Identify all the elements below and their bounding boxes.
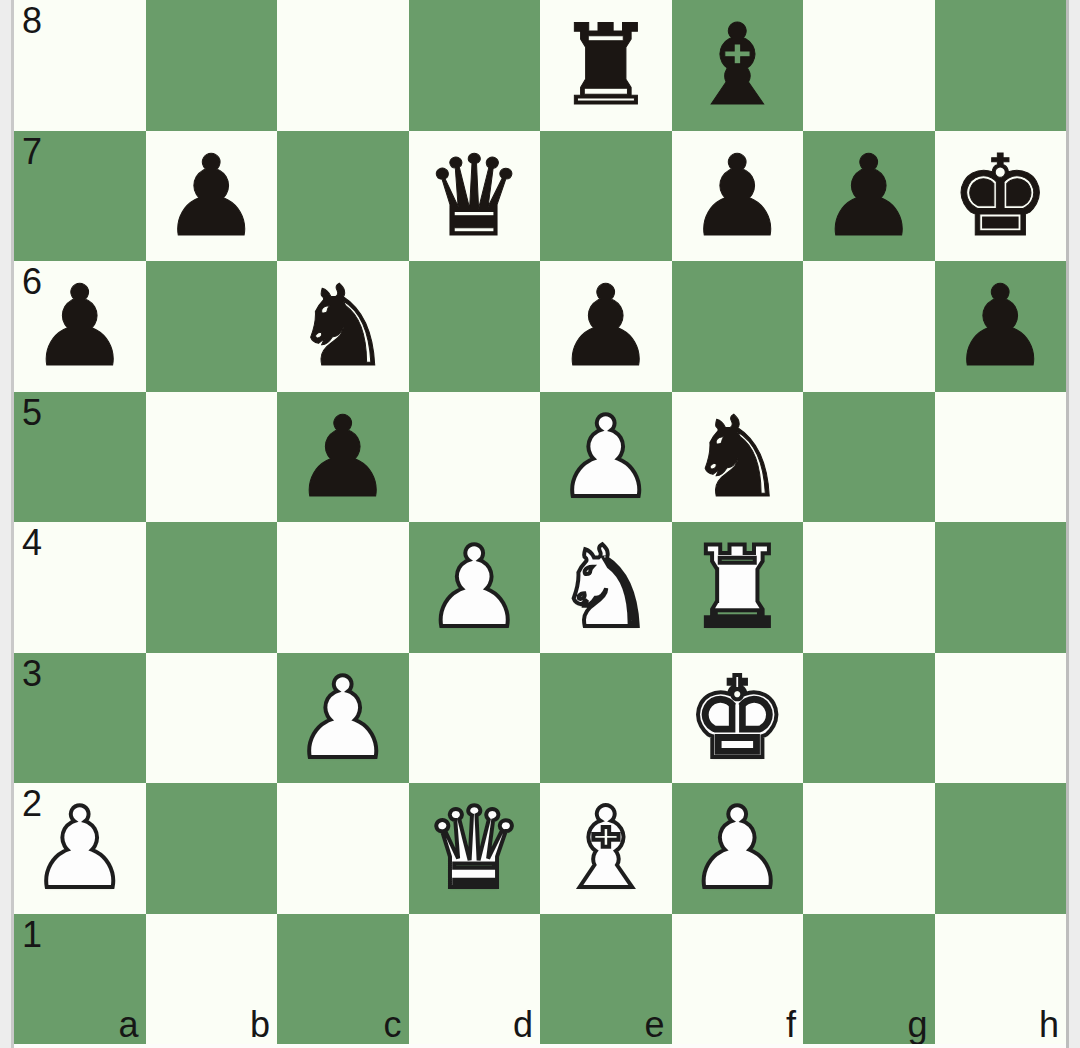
square-c8[interactable] bbox=[277, 0, 409, 131]
square-d2[interactable]: ♛ bbox=[409, 783, 541, 914]
square-a2[interactable]: 2♟ bbox=[14, 783, 146, 914]
chess-board: 8♜♝7♟♛♟♟♚6♟♞♟♟5♟♟♞4♟♞♜3♟♚2♟♛♝♟1abcdefgh bbox=[14, 0, 1066, 1044]
square-f1[interactable]: f bbox=[672, 914, 804, 1045]
piece-black-knight-c6[interactable]: ♞ bbox=[277, 261, 409, 392]
square-a3[interactable]: 3 bbox=[14, 653, 146, 784]
square-e3[interactable] bbox=[540, 653, 672, 784]
piece-white-pawn-c3[interactable]: ♟ bbox=[277, 653, 409, 784]
square-b1[interactable]: b bbox=[146, 914, 278, 1045]
square-b5[interactable] bbox=[146, 392, 278, 523]
rank-label-5: 5 bbox=[22, 395, 42, 431]
square-f8[interactable]: ♝ bbox=[672, 0, 804, 131]
square-e4[interactable]: ♞ bbox=[540, 522, 672, 653]
right-gutter bbox=[1066, 0, 1080, 1048]
piece-white-queen-d2[interactable]: ♛ bbox=[409, 783, 541, 914]
square-g6[interactable] bbox=[803, 261, 935, 392]
square-f2[interactable]: ♟ bbox=[672, 783, 804, 914]
square-d3[interactable] bbox=[409, 653, 541, 784]
square-h8[interactable] bbox=[935, 0, 1067, 131]
square-e6[interactable]: ♟ bbox=[540, 261, 672, 392]
file-label-c: c bbox=[384, 1007, 402, 1043]
piece-black-bishop-f8[interactable]: ♝ bbox=[672, 0, 804, 131]
square-h4[interactable] bbox=[935, 522, 1067, 653]
file-label-h: h bbox=[1039, 1007, 1059, 1043]
rank-label-3: 3 bbox=[22, 656, 42, 692]
square-d7[interactable]: ♛ bbox=[409, 131, 541, 262]
square-h6[interactable]: ♟ bbox=[935, 261, 1067, 392]
square-e2[interactable]: ♝ bbox=[540, 783, 672, 914]
piece-white-knight-e4[interactable]: ♞ bbox=[540, 522, 672, 653]
square-h2[interactable] bbox=[935, 783, 1067, 914]
square-a5[interactable]: 5 bbox=[14, 392, 146, 523]
square-h3[interactable] bbox=[935, 653, 1067, 784]
left-gutter bbox=[0, 0, 14, 1048]
file-label-g: g bbox=[907, 1007, 927, 1043]
square-d1[interactable]: d bbox=[409, 914, 541, 1045]
square-c3[interactable]: ♟ bbox=[277, 653, 409, 784]
square-a6[interactable]: 6♟ bbox=[14, 261, 146, 392]
square-g8[interactable] bbox=[803, 0, 935, 131]
square-b6[interactable] bbox=[146, 261, 278, 392]
rank-label-8: 8 bbox=[22, 3, 42, 39]
piece-black-knight-f5[interactable]: ♞ bbox=[672, 392, 804, 523]
square-g5[interactable] bbox=[803, 392, 935, 523]
square-f3[interactable]: ♚ bbox=[672, 653, 804, 784]
square-e8[interactable]: ♜ bbox=[540, 0, 672, 131]
square-e5[interactable]: ♟ bbox=[540, 392, 672, 523]
rank-label-4: 4 bbox=[22, 525, 42, 561]
square-f5[interactable]: ♞ bbox=[672, 392, 804, 523]
square-e1[interactable]: e bbox=[540, 914, 672, 1045]
piece-white-pawn-a2[interactable]: ♟ bbox=[14, 783, 146, 914]
square-c5[interactable]: ♟ bbox=[277, 392, 409, 523]
file-label-e: e bbox=[644, 1007, 664, 1043]
square-c2[interactable] bbox=[277, 783, 409, 914]
file-label-f: f bbox=[786, 1007, 796, 1043]
piece-black-pawn-f7[interactable]: ♟ bbox=[672, 131, 804, 262]
piece-black-pawn-b7[interactable]: ♟ bbox=[146, 131, 278, 262]
file-label-b: b bbox=[250, 1007, 270, 1043]
piece-black-pawn-e6[interactable]: ♟ bbox=[540, 261, 672, 392]
piece-black-pawn-h6[interactable]: ♟ bbox=[935, 261, 1067, 392]
square-c4[interactable] bbox=[277, 522, 409, 653]
square-c6[interactable]: ♞ bbox=[277, 261, 409, 392]
square-b4[interactable] bbox=[146, 522, 278, 653]
square-a1[interactable]: 1a bbox=[14, 914, 146, 1045]
piece-black-queen-d7[interactable]: ♛ bbox=[409, 131, 541, 262]
piece-white-rook-f4[interactable]: ♜ bbox=[672, 522, 804, 653]
piece-black-rook-e8[interactable]: ♜ bbox=[540, 0, 672, 131]
piece-black-pawn-g7[interactable]: ♟ bbox=[803, 131, 935, 262]
piece-white-king-f3[interactable]: ♚ bbox=[672, 653, 804, 784]
square-b3[interactable] bbox=[146, 653, 278, 784]
square-h5[interactable] bbox=[935, 392, 1067, 523]
piece-white-bishop-e2[interactable]: ♝ bbox=[540, 783, 672, 914]
file-label-d: d bbox=[513, 1007, 533, 1043]
square-e7[interactable] bbox=[540, 131, 672, 262]
rank-label-1: 1 bbox=[22, 917, 42, 953]
square-a7[interactable]: 7 bbox=[14, 131, 146, 262]
rank-label-7: 7 bbox=[22, 134, 42, 170]
piece-white-pawn-d4[interactable]: ♟ bbox=[409, 522, 541, 653]
square-f6[interactable] bbox=[672, 261, 804, 392]
square-c7[interactable] bbox=[277, 131, 409, 262]
square-g7[interactable]: ♟ bbox=[803, 131, 935, 262]
square-h7[interactable]: ♚ bbox=[935, 131, 1067, 262]
square-f7[interactable]: ♟ bbox=[672, 131, 804, 262]
piece-white-pawn-f2[interactable]: ♟ bbox=[672, 783, 804, 914]
square-g1[interactable]: g bbox=[803, 914, 935, 1045]
piece-black-pawn-c5[interactable]: ♟ bbox=[277, 392, 409, 523]
square-d8[interactable] bbox=[409, 0, 541, 131]
square-a8[interactable]: 8 bbox=[14, 0, 146, 131]
square-g2[interactable] bbox=[803, 783, 935, 914]
square-g3[interactable] bbox=[803, 653, 935, 784]
square-g4[interactable] bbox=[803, 522, 935, 653]
piece-white-pawn-e5[interactable]: ♟ bbox=[540, 392, 672, 523]
bottom-strip bbox=[14, 1044, 1066, 1048]
chess-app: 8♜♝7♟♛♟♟♚6♟♞♟♟5♟♟♞4♟♞♜3♟♚2♟♛♝♟1abcdefgh bbox=[0, 0, 1080, 1048]
square-d4[interactable]: ♟ bbox=[409, 522, 541, 653]
file-label-a: a bbox=[118, 1007, 138, 1043]
square-b7[interactable]: ♟ bbox=[146, 131, 278, 262]
square-h1[interactable]: h bbox=[935, 914, 1067, 1045]
square-c1[interactable]: c bbox=[277, 914, 409, 1045]
square-d6[interactable] bbox=[409, 261, 541, 392]
piece-black-pawn-a6[interactable]: ♟ bbox=[14, 261, 146, 392]
square-b8[interactable] bbox=[146, 0, 278, 131]
square-d5[interactable] bbox=[409, 392, 541, 523]
square-b2[interactable] bbox=[146, 783, 278, 914]
piece-black-king-h7[interactable]: ♚ bbox=[935, 131, 1067, 262]
square-f4[interactable]: ♜ bbox=[672, 522, 804, 653]
square-a4[interactable]: 4 bbox=[14, 522, 146, 653]
